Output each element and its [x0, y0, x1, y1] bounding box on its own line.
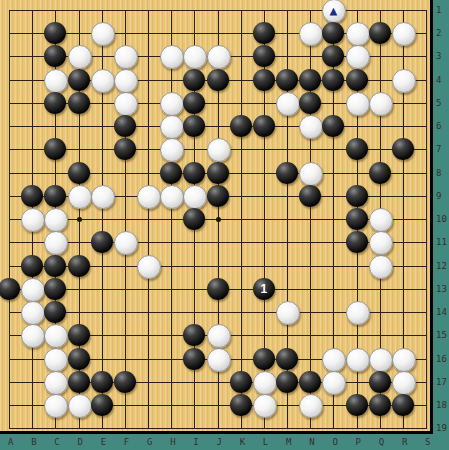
white-stone-P5 [346, 92, 370, 116]
column-label-P: P [356, 438, 361, 447]
white-stone-F4 [114, 69, 138, 93]
row-label-14: 14 [436, 308, 447, 317]
black-stone-P18 [346, 394, 368, 416]
white-stone-P2 [346, 22, 370, 46]
white-stone-I9 [183, 185, 207, 209]
white-stone-C16 [44, 348, 68, 372]
column-label-N: N [309, 438, 314, 447]
white-stone-E9 [91, 185, 115, 209]
black-stone-P7 [346, 138, 368, 160]
column-label-L: L [263, 438, 268, 447]
column-label-R: R [402, 438, 407, 447]
black-stone-P4 [346, 69, 368, 91]
black-stone-K18 [230, 394, 252, 416]
black-stone-D17 [68, 371, 90, 393]
white-stone-N2 [299, 22, 323, 46]
white-stone-J7 [207, 138, 231, 162]
column-label-O: O [332, 438, 337, 447]
black-stone-N5 [299, 92, 321, 114]
white-stone-E2 [91, 22, 115, 46]
black-stone-I4 [183, 69, 205, 91]
white-stone-J15 [207, 324, 231, 348]
white-stone-P3 [346, 45, 370, 69]
black-stone-E17 [91, 371, 113, 393]
white-stone-I3 [183, 45, 207, 69]
white-stone-Q16 [369, 348, 393, 372]
go-game-window: ▲1 ABCDEFGHIJKLMNOPQRS 12345678910111213… [0, 0, 449, 450]
white-stone-Q5 [369, 92, 393, 116]
black-stone-L13 [253, 278, 275, 300]
column-label-F: F [124, 438, 129, 447]
black-stone-O4 [322, 69, 344, 91]
black-stone-D16 [68, 348, 90, 370]
white-stone-C11 [44, 231, 68, 255]
white-stone-H5 [160, 92, 184, 116]
row-label-8: 8 [436, 169, 441, 178]
white-stone-O1 [322, 0, 346, 23]
white-stone-F5 [114, 92, 138, 116]
white-stone-Q12 [369, 255, 393, 279]
black-stone-I5 [183, 92, 205, 114]
white-stone-L17 [253, 371, 277, 395]
white-stone-J16 [207, 348, 231, 372]
white-stone-Q10 [369, 208, 393, 232]
white-stone-R4 [392, 69, 416, 93]
grid-line-vertical [241, 10, 242, 429]
white-stone-M5 [276, 92, 300, 116]
black-stone-O2 [322, 22, 344, 44]
column-label-J: J [217, 438, 222, 447]
white-stone-R17 [392, 371, 416, 395]
black-stone-J8 [207, 162, 229, 184]
black-stone-O6 [322, 115, 344, 137]
black-stone-M8 [276, 162, 298, 184]
black-stone-L16 [253, 348, 275, 370]
white-stone-C17 [44, 371, 68, 395]
black-stone-L2 [253, 22, 275, 44]
row-label-4: 4 [436, 76, 441, 85]
white-stone-E4 [91, 69, 115, 93]
white-stone-O17 [322, 371, 346, 395]
white-stone-H7 [160, 138, 184, 162]
row-label-5: 5 [436, 99, 441, 108]
black-stone-I10 [183, 208, 205, 230]
black-stone-M4 [276, 69, 298, 91]
black-stone-P9 [346, 185, 368, 207]
white-stone-D18 [68, 394, 92, 418]
white-stone-B14 [21, 301, 45, 325]
black-stone-C13 [44, 278, 66, 300]
row-label-18: 18 [436, 401, 447, 410]
white-stone-P16 [346, 348, 370, 372]
black-stone-M16 [276, 348, 298, 370]
black-stone-B9 [21, 185, 43, 207]
black-stone-Q18 [369, 394, 391, 416]
white-stone-P14 [346, 301, 370, 325]
white-stone-B10 [21, 208, 45, 232]
white-stone-C4 [44, 69, 68, 93]
white-stone-F3 [114, 45, 138, 69]
white-stone-F11 [114, 231, 138, 255]
column-label-A: A [8, 438, 13, 447]
black-stone-D5 [68, 92, 90, 114]
white-stone-N8 [299, 162, 323, 186]
black-stone-N4 [299, 69, 321, 91]
row-label-13: 13 [436, 285, 447, 294]
go-board[interactable]: ▲1 [0, 0, 433, 434]
black-stone-J13 [207, 278, 229, 300]
black-stone-F17 [114, 371, 136, 393]
black-stone-J9 [207, 185, 229, 207]
black-stone-L3 [253, 45, 275, 67]
white-stone-N6 [299, 115, 323, 139]
black-stone-Q17 [369, 371, 391, 393]
white-stone-H9 [160, 185, 184, 209]
black-stone-H8 [160, 162, 182, 184]
row-label-10: 10 [436, 215, 447, 224]
column-label-S: S [425, 438, 430, 447]
white-stone-Q11 [369, 231, 393, 255]
black-stone-L6 [253, 115, 275, 137]
black-stone-R18 [392, 394, 414, 416]
row-label-17: 17 [436, 378, 447, 387]
white-stone-G12 [137, 255, 161, 279]
black-stone-P11 [346, 231, 368, 253]
black-stone-N17 [299, 371, 321, 393]
black-stone-F6 [114, 115, 136, 137]
black-stone-D8 [68, 162, 90, 184]
white-stone-O16 [322, 348, 346, 372]
row-label-3: 3 [436, 52, 441, 61]
row-label-1: 1 [436, 6, 441, 15]
row-label-12: 12 [436, 262, 447, 271]
black-stone-P10 [346, 208, 368, 230]
black-stone-B12 [21, 255, 43, 277]
column-label-H: H [170, 438, 175, 447]
black-stone-J4 [207, 69, 229, 91]
black-stone-Q2 [369, 22, 391, 44]
black-stone-E18 [91, 394, 113, 416]
black-stone-A13 [0, 278, 20, 300]
black-stone-Q8 [369, 162, 391, 184]
column-label-M: M [286, 438, 291, 447]
row-label-6: 6 [436, 122, 441, 131]
black-stone-N9 [299, 185, 321, 207]
black-stone-F7 [114, 138, 136, 160]
black-stone-E11 [91, 231, 113, 253]
white-stone-R16 [392, 348, 416, 372]
black-stone-C7 [44, 138, 66, 160]
white-stone-G9 [137, 185, 161, 209]
white-stone-D9 [68, 185, 92, 209]
row-label-15: 15 [436, 331, 447, 340]
black-stone-R7 [392, 138, 414, 160]
white-stone-N18 [299, 394, 323, 418]
column-label-E: E [101, 438, 106, 447]
white-stone-D3 [68, 45, 92, 69]
row-label-7: 7 [436, 145, 441, 154]
row-label-11: 11 [436, 238, 447, 247]
white-stone-C18 [44, 394, 68, 418]
white-stone-B13 [21, 278, 45, 302]
grid-line-vertical [426, 10, 427, 429]
hoshi-point [77, 217, 82, 222]
grid-line-horizontal [9, 428, 427, 429]
row-label-16: 16 [436, 355, 447, 364]
row-label-19: 19 [436, 424, 447, 433]
white-stone-R2 [392, 22, 416, 46]
column-label-D: D [78, 438, 83, 447]
white-stone-C15 [44, 324, 68, 348]
black-stone-I15 [183, 324, 205, 346]
black-stone-D12 [68, 255, 90, 277]
black-stone-C3 [44, 45, 66, 67]
white-stone-L18 [253, 394, 277, 418]
black-stone-O3 [322, 45, 344, 67]
column-label-Q: Q [379, 438, 384, 447]
column-label-G: G [147, 438, 152, 447]
black-stone-C12 [44, 255, 66, 277]
black-stone-C5 [44, 92, 66, 114]
black-stone-I8 [183, 162, 205, 184]
black-stone-K6 [230, 115, 252, 137]
black-stone-C2 [44, 22, 66, 44]
white-stone-M14 [276, 301, 300, 325]
white-stone-J3 [207, 45, 231, 69]
white-stone-C10 [44, 208, 68, 232]
black-stone-D4 [68, 69, 90, 91]
black-stone-M17 [276, 371, 298, 393]
black-stone-L4 [253, 69, 275, 91]
white-stone-H6 [160, 115, 184, 139]
row-label-9: 9 [436, 192, 441, 201]
black-stone-D15 [68, 324, 90, 346]
white-stone-H3 [160, 45, 184, 69]
black-stone-C9 [44, 185, 66, 207]
white-stone-B15 [21, 324, 45, 348]
column-label-C: C [54, 438, 59, 447]
column-label-I: I [193, 438, 198, 447]
row-label-2: 2 [436, 29, 441, 38]
column-label-K: K [240, 438, 245, 447]
black-stone-I6 [183, 115, 205, 137]
black-stone-C14 [44, 301, 66, 323]
column-label-B: B [31, 438, 36, 447]
hoshi-point [216, 217, 221, 222]
black-stone-I16 [183, 348, 205, 370]
black-stone-K17 [230, 371, 252, 393]
